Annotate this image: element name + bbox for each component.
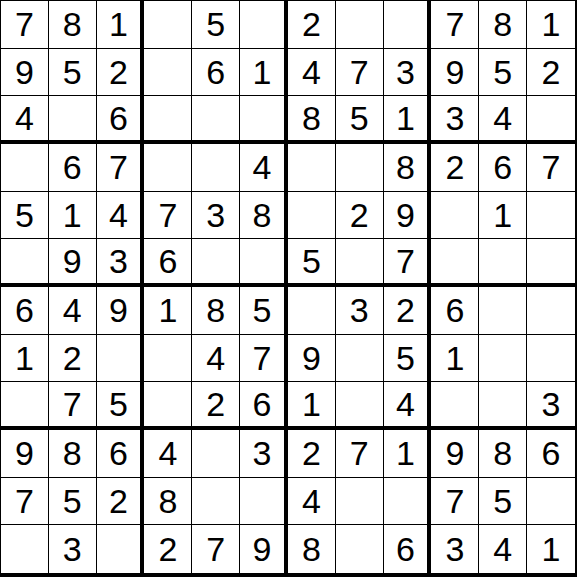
cell-r11c1[interactable]: 7 (1, 478, 49, 526)
cell-r4c3[interactable]: 7 (97, 144, 145, 192)
cell-r8c12[interactable] (527, 335, 575, 383)
cell-r10c9[interactable]: 1 (384, 430, 432, 478)
cell-r5c7[interactable] (288, 192, 336, 240)
cell-r1c1[interactable]: 7 (1, 1, 49, 49)
cell-r11c7[interactable]: 4 (288, 478, 336, 526)
cell-r6c6[interactable] (240, 239, 288, 287)
cell-r6c9[interactable]: 7 (384, 239, 432, 287)
cell-r7c6[interactable]: 5 (240, 287, 288, 335)
cell-r8c1[interactable]: 1 (1, 335, 49, 383)
cell-r6c1[interactable] (1, 239, 49, 287)
cell-r1c7[interactable]: 2 (288, 1, 336, 49)
cell-r4c11[interactable]: 6 (479, 144, 527, 192)
cell-r4c2[interactable]: 6 (49, 144, 97, 192)
cell-r10c11[interactable]: 8 (479, 430, 527, 478)
cell-r7c12[interactable] (527, 287, 575, 335)
sudoku-board: 7815278195261473952468513467482675147382… (0, 0, 577, 577)
cell-r5c10[interactable] (431, 192, 479, 240)
cell-r5c3[interactable]: 4 (97, 192, 145, 240)
cell-r2c8[interactable]: 7 (336, 49, 384, 97)
cell-r12c11[interactable]: 4 (479, 525, 527, 573)
cell-r8c4[interactable] (144, 335, 192, 383)
cell-r12c7[interactable]: 8 (288, 525, 336, 573)
cell-r12c10[interactable]: 3 (431, 525, 479, 573)
cell-r12c8[interactable] (336, 525, 384, 573)
cell-r8c10[interactable]: 1 (431, 335, 479, 383)
cell-r1c4[interactable] (144, 1, 192, 49)
cell-r2c6[interactable]: 1 (240, 49, 288, 97)
cell-r4c4[interactable] (144, 144, 192, 192)
cell-r7c1[interactable]: 6 (1, 287, 49, 335)
cell-r4c5[interactable] (192, 144, 240, 192)
cell-r12c6[interactable]: 9 (240, 525, 288, 573)
cell-r10c10[interactable]: 9 (431, 430, 479, 478)
cell-r9c7[interactable]: 1 (288, 382, 336, 430)
cell-r9c3[interactable]: 5 (97, 382, 145, 430)
cell-r3c9[interactable]: 1 (384, 96, 432, 144)
cell-r6c2[interactable]: 9 (49, 239, 97, 287)
cell-r7c11[interactable] (479, 287, 527, 335)
cell-r3c11[interactable]: 4 (479, 96, 527, 144)
cell-r1c2[interactable]: 8 (49, 1, 97, 49)
cell-r3c4[interactable] (144, 96, 192, 144)
cell-r5c6[interactable]: 8 (240, 192, 288, 240)
cell-r12c1[interactable] (1, 525, 49, 573)
cell-r9c6[interactable]: 6 (240, 382, 288, 430)
cell-r10c6[interactable]: 3 (240, 430, 288, 478)
cell-r6c10[interactable] (431, 239, 479, 287)
cell-r3c7[interactable]: 8 (288, 96, 336, 144)
cell-r2c11[interactable]: 5 (479, 49, 527, 97)
cell-r8c8[interactable] (336, 335, 384, 383)
cell-r3c8[interactable]: 5 (336, 96, 384, 144)
cell-r7c9[interactable]: 2 (384, 287, 432, 335)
cell-r11c8[interactable] (336, 478, 384, 526)
cell-r2c9[interactable]: 3 (384, 49, 432, 97)
cell-r3c3[interactable]: 6 (97, 96, 145, 144)
cell-r6c3[interactable]: 3 (97, 239, 145, 287)
cell-r9c4[interactable] (144, 382, 192, 430)
cell-r4c1[interactable] (1, 144, 49, 192)
cell-r1c11[interactable]: 8 (479, 1, 527, 49)
cell-r1c6[interactable] (240, 1, 288, 49)
cell-r8c3[interactable] (97, 335, 145, 383)
cell-r3c5[interactable] (192, 96, 240, 144)
cell-r2c12[interactable]: 2 (527, 49, 575, 97)
cell-r9c9[interactable]: 4 (384, 382, 432, 430)
cell-r10c7[interactable]: 2 (288, 430, 336, 478)
cell-r10c8[interactable]: 7 (336, 430, 384, 478)
cell-r4c6[interactable]: 4 (240, 144, 288, 192)
cell-r11c10[interactable]: 7 (431, 478, 479, 526)
cell-r10c3[interactable]: 6 (97, 430, 145, 478)
cell-r1c3[interactable]: 1 (97, 1, 145, 49)
cell-r3c1[interactable]: 4 (1, 96, 49, 144)
cell-r11c2[interactable]: 5 (49, 478, 97, 526)
cell-r9c2[interactable]: 7 (49, 382, 97, 430)
cell-r2c2[interactable]: 5 (49, 49, 97, 97)
cell-r6c5[interactable] (192, 239, 240, 287)
cell-r2c5[interactable]: 6 (192, 49, 240, 97)
sudoku-page: 7815278195261473952468513467482675147382… (0, 0, 577, 577)
cell-r9c8[interactable] (336, 382, 384, 430)
cell-r7c7[interactable] (288, 287, 336, 335)
cell-r12c12[interactable]: 1 (527, 525, 575, 573)
cell-r11c9[interactable] (384, 478, 432, 526)
cell-r3c6[interactable] (240, 96, 288, 144)
cell-r4c7[interactable] (288, 144, 336, 192)
cell-r6c7[interactable]: 5 (288, 239, 336, 287)
cell-r7c4[interactable]: 1 (144, 287, 192, 335)
cell-r11c12[interactable] (527, 478, 575, 526)
cell-r4c10[interactable]: 2 (431, 144, 479, 192)
cell-r12c9[interactable]: 6 (384, 525, 432, 573)
cell-r6c4[interactable]: 6 (144, 239, 192, 287)
cell-r9c10[interactable] (431, 382, 479, 430)
cell-r9c11[interactable] (479, 382, 527, 430)
cell-r5c1[interactable]: 5 (1, 192, 49, 240)
cell-r12c5[interactable]: 7 (192, 525, 240, 573)
cell-r2c4[interactable] (144, 49, 192, 97)
cell-r11c11[interactable]: 5 (479, 478, 527, 526)
cell-r11c5[interactable] (192, 478, 240, 526)
cell-r12c2[interactable]: 3 (49, 525, 97, 573)
cell-r4c12[interactable]: 7 (527, 144, 575, 192)
cell-r7c2[interactable]: 4 (49, 287, 97, 335)
cell-r5c8[interactable]: 2 (336, 192, 384, 240)
cell-r1c10[interactable]: 7 (431, 1, 479, 49)
cell-r5c5[interactable]: 3 (192, 192, 240, 240)
cell-r1c12[interactable]: 1 (527, 1, 575, 49)
cell-r1c8[interactable] (336, 1, 384, 49)
cell-r8c11[interactable] (479, 335, 527, 383)
cell-r6c12[interactable] (527, 239, 575, 287)
cell-r10c1[interactable]: 9 (1, 430, 49, 478)
cell-r5c11[interactable]: 1 (479, 192, 527, 240)
cell-r7c5[interactable]: 8 (192, 287, 240, 335)
cell-r2c10[interactable]: 9 (431, 49, 479, 97)
cell-r8c2[interactable]: 2 (49, 335, 97, 383)
cell-r8c6[interactable]: 7 (240, 335, 288, 383)
cell-r2c1[interactable]: 9 (1, 49, 49, 97)
cell-r5c9[interactable]: 9 (384, 192, 432, 240)
cell-r11c6[interactable] (240, 478, 288, 526)
cell-r9c12[interactable]: 3 (527, 382, 575, 430)
cell-r9c5[interactable]: 2 (192, 382, 240, 430)
cell-r6c8[interactable] (336, 239, 384, 287)
cell-r7c3[interactable]: 9 (97, 287, 145, 335)
cell-r5c4[interactable]: 7 (144, 192, 192, 240)
cell-r8c7[interactable]: 9 (288, 335, 336, 383)
cell-r12c3[interactable] (97, 525, 145, 573)
cell-r7c8[interactable]: 3 (336, 287, 384, 335)
cell-r2c3[interactable]: 2 (97, 49, 145, 97)
cell-r6c11[interactable] (479, 239, 527, 287)
cell-r8c9[interactable]: 5 (384, 335, 432, 383)
cell-r2c7[interactable]: 4 (288, 49, 336, 97)
cell-r10c5[interactable] (192, 430, 240, 478)
cell-r8c5[interactable]: 4 (192, 335, 240, 383)
cell-r9c1[interactable] (1, 382, 49, 430)
cell-r11c4[interactable]: 8 (144, 478, 192, 526)
cell-r12c4[interactable]: 2 (144, 525, 192, 573)
cell-r3c2[interactable] (49, 96, 97, 144)
cell-r1c5[interactable]: 5 (192, 1, 240, 49)
cell-r3c10[interactable]: 3 (431, 96, 479, 144)
cell-r5c2[interactable]: 1 (49, 192, 97, 240)
cell-r1c9[interactable] (384, 1, 432, 49)
cell-r11c3[interactable]: 2 (97, 478, 145, 526)
cell-r5c12[interactable] (527, 192, 575, 240)
cell-r10c12[interactable]: 6 (527, 430, 575, 478)
cell-r10c2[interactable]: 8 (49, 430, 97, 478)
cell-r4c9[interactable]: 8 (384, 144, 432, 192)
cell-r10c4[interactable]: 4 (144, 430, 192, 478)
cell-r3c12[interactable] (527, 96, 575, 144)
cell-r4c8[interactable] (336, 144, 384, 192)
cell-r7c10[interactable]: 6 (431, 287, 479, 335)
